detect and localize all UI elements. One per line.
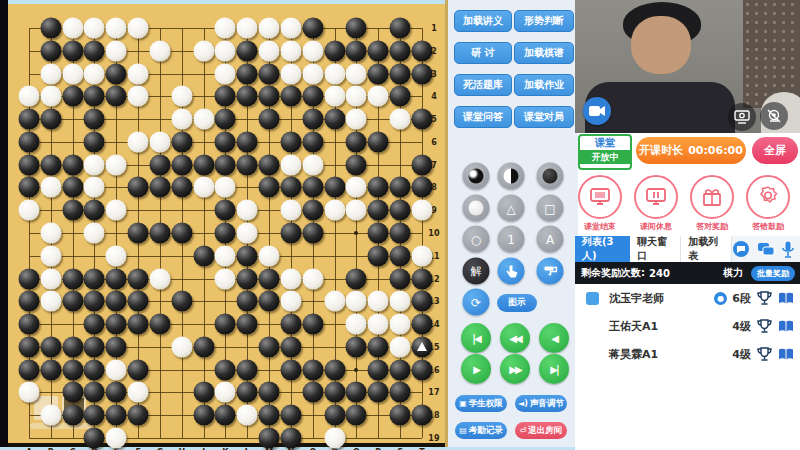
pointer-tool[interactable]	[498, 258, 525, 285]
black-stone-B15	[40, 336, 61, 357]
letter-mark-tool[interactable]: A	[537, 226, 564, 253]
attendance-record-label: 考勤记录	[469, 425, 503, 437]
trophy-icon[interactable]	[757, 319, 772, 334]
white-stone-O7	[302, 154, 323, 175]
white-stone-G6	[149, 131, 170, 152]
white-stone-G2	[149, 40, 170, 61]
class-game-button[interactable]: 课堂对局	[514, 106, 574, 128]
black-stone-R16	[368, 359, 389, 380]
black-stone-F10	[128, 223, 149, 244]
white-stone-Q8	[346, 177, 367, 198]
white-stone-B10	[40, 223, 61, 244]
black-stone-T14	[411, 314, 432, 335]
black-stone-E18	[106, 405, 127, 426]
black-stone-M15	[259, 336, 280, 357]
black-stone-L6	[237, 131, 258, 152]
black-stone-G7	[149, 154, 170, 175]
nav-back-button[interactable]: ◀	[539, 323, 569, 353]
black-stone-M18	[259, 405, 280, 426]
white-stone-B13	[40, 291, 61, 312]
white-stone-E1	[106, 18, 127, 39]
black-stone-Q1	[346, 18, 367, 39]
white-stone-N1	[280, 18, 301, 39]
class-end-button[interactable]: 课堂结束	[574, 175, 626, 232]
black-stone-E17	[106, 382, 127, 403]
black-stone-H6	[171, 131, 192, 152]
white-stone-E11	[106, 245, 127, 266]
white-stone-B8	[40, 177, 61, 198]
black-stone-tool[interactable]	[463, 163, 490, 190]
black-stone-J7	[193, 154, 214, 175]
white-stone-H15	[171, 336, 192, 357]
black-stone-small-tool[interactable]	[537, 163, 564, 190]
life-death-library-button[interactable]: 死活题库	[454, 74, 512, 96]
black-stone-F13	[128, 291, 149, 312]
black-stone-L13	[237, 291, 258, 312]
black-stone-S8	[390, 177, 411, 198]
black-stone-O10	[302, 223, 323, 244]
black-stone-S12	[390, 268, 411, 289]
student-name: 沈玉宇老师	[609, 291, 664, 306]
webcam-off-button[interactable]	[760, 102, 788, 130]
white-stone-N3	[280, 63, 301, 84]
trophy-icon[interactable]	[757, 347, 772, 362]
black-stone-G14	[149, 314, 170, 335]
black-stone-F16	[128, 359, 149, 380]
black-stone-R8	[368, 177, 389, 198]
row-label: 1	[431, 24, 437, 33]
trophy-icon[interactable]	[757, 291, 772, 306]
book-icon[interactable]	[778, 320, 794, 333]
webcam-off-icon	[766, 108, 782, 124]
white-stone-S14	[390, 314, 411, 335]
nav-first-button[interactable]: |◀	[461, 323, 491, 353]
black-stone-T8	[411, 177, 432, 198]
student-row[interactable]: 沈玉宇老师 ● 6段	[575, 284, 800, 313]
white-stone-Q13	[346, 291, 367, 312]
black-stone-F8	[128, 177, 149, 198]
black-stone-S2	[390, 40, 411, 61]
black-stone-D18	[84, 405, 105, 426]
square-icon: □	[544, 202, 555, 214]
student-list: 沈玉宇老师 ● 6段 王佑天A1 4级 蒋昊霖A1 4级	[575, 284, 800, 450]
black-stone-A15	[19, 336, 40, 357]
correct-reward-button[interactable]: 答对奖励	[686, 175, 738, 232]
black-stone-Q18	[346, 405, 367, 426]
black-stone-N16	[280, 359, 301, 380]
student-permission-button[interactable]: ▣学生权限	[455, 395, 507, 412]
load-lecture-button[interactable]: 加载讲义	[454, 10, 512, 32]
black-stone-T5	[411, 109, 432, 130]
class-status-badge: 课堂 开放中	[578, 134, 632, 170]
batch-reward-button[interactable]: 批量奖励	[751, 266, 795, 281]
black-stone-C9	[62, 200, 83, 221]
black-stone-M8	[259, 177, 280, 198]
white-stone-C1	[62, 18, 83, 39]
nav-fast-forward-button[interactable]: ▶▶	[500, 354, 530, 384]
black-stone-K4	[215, 86, 236, 107]
last-move-marker	[417, 342, 427, 351]
hand-pointer-icon	[504, 264, 518, 278]
alternate-stone-tool[interactable]	[498, 163, 525, 190]
white-stone-F4	[128, 86, 149, 107]
white-stone-T9	[411, 200, 432, 221]
black-stone-T16	[411, 359, 432, 380]
student-row[interactable]: 王佑天A1 4级	[575, 312, 800, 341]
white-stone-E19	[106, 428, 127, 449]
diagram-show-button[interactable]: 图示	[497, 294, 537, 312]
black-stone-R2	[368, 40, 389, 61]
white-stone-icon	[469, 201, 484, 216]
black-stone-S18	[390, 405, 411, 426]
black-stone-S9	[390, 200, 411, 221]
person-face	[631, 16, 691, 74]
white-stone-B18	[40, 405, 61, 426]
exit-icon: ⏎	[520, 426, 527, 435]
black-stone-N19	[280, 428, 301, 449]
black-stone-F14	[128, 314, 149, 335]
white-stone-Q4	[346, 86, 367, 107]
black-stone-Q7	[346, 154, 367, 175]
black-stone-P5	[324, 109, 345, 130]
black-stone-L7	[237, 154, 258, 175]
tab-member-list[interactable]: 列表(3人)	[575, 236, 630, 262]
white-stone-N12	[280, 268, 301, 289]
black-stone-B16	[40, 359, 61, 380]
black-stone-Q15	[346, 336, 367, 357]
letter-icon: A	[546, 233, 554, 245]
black-stone-H8	[171, 177, 192, 198]
black-stone-B5	[40, 109, 61, 130]
white-stone-tool[interactable]	[463, 195, 490, 222]
black-stone-D19	[84, 428, 105, 449]
white-stone-E2	[106, 40, 127, 61]
black-stone-C13	[62, 291, 83, 312]
black-stone-K5	[215, 109, 236, 130]
empty-row	[575, 396, 800, 425]
discuss-button[interactable]: 研 讨	[454, 42, 512, 64]
white-stone-E16	[106, 359, 127, 380]
black-stone-K9	[215, 200, 236, 221]
black-stone-S3	[390, 63, 411, 84]
black-stone-T3	[411, 63, 432, 84]
black-stone-A5	[19, 109, 40, 130]
exit-room-label: 退出房间	[528, 425, 562, 437]
black-stone-F18	[128, 405, 149, 426]
row-label: 19	[428, 434, 439, 443]
black-stone-R3	[368, 63, 389, 84]
white-stone-Q9	[346, 200, 367, 221]
exit-room-button[interactable]: ⏎退出房间	[515, 422, 567, 439]
white-stone-R13	[368, 291, 389, 312]
timer-label: 开课时长	[639, 143, 683, 158]
black-stone-L2	[237, 40, 258, 61]
black-stone-M3	[259, 63, 280, 84]
student-row[interactable]: 蒋昊霖A1 4级	[575, 340, 800, 369]
row-label: 17	[428, 388, 439, 397]
white-stone-O3	[302, 63, 323, 84]
black-stone-T7	[411, 154, 432, 175]
class-break-button[interactable]: 课间休息	[630, 175, 682, 232]
white-stone-F17	[128, 382, 149, 403]
book-icon[interactable]	[778, 292, 794, 305]
black-stone-S4	[390, 86, 411, 107]
black-stone-C8	[62, 177, 83, 198]
teacher-badge-icon: ●	[714, 292, 727, 305]
white-stone-J5	[193, 109, 214, 130]
black-stone-D12	[84, 268, 105, 289]
black-stone-N6	[280, 131, 301, 152]
white-stone-L10	[237, 223, 258, 244]
volume-adjust-button[interactable]: ◄)声音调节	[515, 395, 567, 412]
calendar-icon: ▤	[459, 426, 467, 435]
reward-count-label: 剩余奖励次数:	[581, 266, 645, 280]
white-stone-L9	[237, 200, 258, 221]
white-stone-Q14	[346, 314, 367, 335]
black-stone-T13	[411, 291, 432, 312]
messages-icon[interactable]	[757, 242, 775, 257]
circle-mark-tool[interactable]: ○	[463, 226, 490, 253]
black-stone-S1	[390, 18, 411, 39]
correct-reward-label: 答对奖励	[686, 221, 738, 232]
student-name: 蒋昊霖A1	[609, 347, 658, 362]
circle-icon: ○	[471, 233, 481, 245]
paint-roller-icon	[543, 264, 557, 278]
white-stone-J8	[193, 177, 214, 198]
monitor-icon	[589, 187, 611, 207]
black-stone-K10	[215, 223, 236, 244]
black-stone-P8	[324, 177, 345, 198]
white-stone-H5	[171, 109, 192, 130]
white-stone-K17	[215, 382, 236, 403]
gift-icon	[701, 187, 723, 207]
black-stone-M5	[259, 109, 280, 130]
black-stone-O14	[302, 314, 323, 335]
black-stone-B7	[40, 154, 61, 175]
black-stone-O5	[302, 109, 323, 130]
black-stone-D6	[84, 131, 105, 152]
black-stone-E12	[106, 268, 127, 289]
white-stone-J2	[193, 40, 214, 61]
black-stone-S11	[390, 245, 411, 266]
black-stone-L17	[237, 382, 258, 403]
camera-toggle-button[interactable]	[583, 97, 611, 125]
white-stone-O2	[302, 40, 323, 61]
black-stone-R15	[368, 336, 389, 357]
black-stone-E3	[106, 63, 127, 84]
row-label: 6	[431, 137, 437, 146]
black-stone-L16	[237, 359, 258, 380]
screen-share-button[interactable]	[728, 103, 756, 131]
reward-count-value: 240	[649, 268, 670, 279]
nav-forward-button[interactable]: ▶	[461, 354, 491, 384]
black-stone-B2	[40, 40, 61, 61]
tab-chat-window[interactable]: 聊天窗口	[630, 236, 681, 262]
black-stone-N4	[280, 86, 301, 107]
app-window: ABCDEFGHJKLMNOPQRST123456789101112131415…	[0, 0, 800, 450]
white-stone-N13	[280, 291, 301, 312]
nav-fast-back-button[interactable]: ◀◀	[500, 323, 530, 353]
half-stone-icon	[504, 169, 519, 184]
black-stone-N18	[280, 405, 301, 426]
class-end-label: 课堂结束	[574, 221, 626, 232]
black-stone-P16	[324, 359, 345, 380]
load-kifu-button[interactable]: 加载棋谱	[514, 42, 574, 64]
position-judge-button[interactable]: 形势判断	[514, 10, 574, 32]
white-stone-F3	[128, 63, 149, 84]
black-stone-J18	[193, 405, 214, 426]
book-icon[interactable]	[778, 348, 794, 361]
black-stone-H10	[171, 223, 192, 244]
white-stone-L18	[237, 405, 258, 426]
black-stone-A12	[19, 268, 40, 289]
white-stone-S13	[390, 291, 411, 312]
black-stone-L4	[237, 86, 258, 107]
monitor-pause-icon	[645, 187, 667, 207]
white-stone-Q3	[346, 63, 367, 84]
fullscreen-button[interactable]: 全屏	[752, 137, 798, 164]
class-break-label: 课间休息	[630, 221, 682, 232]
black-stone-K6	[215, 131, 236, 152]
black-stone-C7	[62, 154, 83, 175]
black-stone-O1	[302, 18, 323, 39]
black-stone-O4	[302, 86, 323, 107]
go-board[interactable]: ABCDEFGHJKLMNOPQRST123456789101112131415…	[8, 4, 445, 443]
black-stone-L11	[237, 245, 258, 266]
class-qa-button[interactable]: 课堂问答	[454, 106, 512, 128]
black-stone-T18	[411, 405, 432, 426]
white-stone-R4	[368, 86, 389, 107]
black-stone-R10	[368, 223, 389, 244]
black-stone-G10	[149, 223, 170, 244]
white-stone-A4	[19, 86, 40, 107]
black-stone-M7	[259, 154, 280, 175]
black-stone-E15	[106, 336, 127, 357]
black-stone-O6	[302, 131, 323, 152]
black-stone-F12	[128, 268, 149, 289]
black-stone-N8	[280, 177, 301, 198]
black-stone-C18	[62, 405, 83, 426]
paint-tool[interactable]	[537, 258, 564, 285]
white-stone-M2	[259, 40, 280, 61]
left-frame-strip	[0, 0, 8, 450]
black-stone-P18	[324, 405, 345, 426]
black-stone-L12	[237, 268, 258, 289]
empty-row	[575, 424, 800, 450]
white-stone-P9	[324, 200, 345, 221]
white-stone-P3	[324, 63, 345, 84]
black-stone-C16	[62, 359, 83, 380]
wrong-encourage-button[interactable]: 答错鼓励	[742, 175, 794, 232]
student-rank: 4级	[732, 319, 751, 334]
white-stone-D1	[84, 18, 105, 39]
row-label: 4	[431, 92, 437, 101]
attendance-record-button[interactable]: ▤考勤记录	[455, 422, 507, 439]
class-open-status: 开放中	[580, 150, 630, 164]
white-stone-H4	[171, 86, 192, 107]
white-stone-Q5	[346, 109, 367, 130]
white-stone-B4	[40, 86, 61, 107]
black-stone-S10	[390, 223, 411, 244]
lock-icon: ▣	[459, 399, 467, 408]
white-stone-G12	[149, 268, 170, 289]
wrong-encourage-label: 答错鼓励	[742, 221, 794, 232]
white-stone-B3	[40, 63, 61, 84]
white-stone-A17	[19, 382, 40, 403]
black-stone-K18	[215, 405, 236, 426]
tab-load-list[interactable]: 加载列表	[681, 236, 732, 262]
black-stone-C4	[62, 86, 83, 107]
white-stone-D7	[84, 154, 105, 175]
black-stone-M19	[259, 428, 280, 449]
answer-tool[interactable]: 解	[463, 258, 490, 285]
screen-camera-icon	[734, 110, 750, 124]
black-stone-D2	[84, 40, 105, 61]
black-stone-L14	[237, 314, 258, 335]
sync-tool[interactable]: ⟳	[463, 289, 490, 316]
white-stone-B11	[40, 245, 61, 266]
load-homework-button[interactable]: 加载作业	[514, 74, 574, 96]
triangle-icon: △	[506, 202, 515, 214]
reward-count-bar: 剩余奖励次数: 240 棋力 批量奖励	[575, 262, 800, 284]
black-stone-O9	[302, 200, 323, 221]
black-stone-R17	[368, 382, 389, 403]
white-stone-K12	[215, 268, 236, 289]
nav-last-button[interactable]: ▶|	[539, 354, 569, 384]
black-stone-H7	[171, 154, 192, 175]
black-stone-O17	[302, 382, 323, 403]
control-panel: 加载讲义 形势判断 研 讨 加载棋谱 死活题库 加载作业 课堂问答 课堂对局 △…	[445, 0, 578, 447]
chat-bubble-icon[interactable]	[732, 240, 750, 258]
black-stone-K14	[215, 314, 236, 335]
black-stone-A13	[19, 291, 40, 312]
white-stone-P4	[324, 86, 345, 107]
number-mark-tool[interactable]: 1	[498, 226, 525, 253]
sofa-pattern	[743, 0, 800, 108]
class-timer: 开课时长 00:06:00	[636, 137, 746, 164]
white-stone-K11	[215, 245, 236, 266]
white-stone-F1	[128, 18, 149, 39]
star-point	[354, 368, 358, 372]
black-stone-Q2	[346, 40, 367, 61]
square-mark-tool[interactable]: □	[537, 195, 564, 222]
black-stone-K7	[215, 154, 236, 175]
white-stone-D3	[84, 63, 105, 84]
white-stone-F6	[128, 131, 149, 152]
black-stone-D15	[84, 336, 105, 357]
microphone-icon[interactable]	[782, 241, 794, 258]
white-stone-K2	[215, 40, 236, 61]
white-stone-B12	[40, 268, 61, 289]
white-stone-C3	[62, 63, 83, 84]
white-stone-E9	[106, 200, 127, 221]
avatar	[586, 292, 599, 305]
black-stone-E14	[106, 314, 127, 335]
empty-row	[575, 368, 800, 397]
triangle-mark-tool[interactable]: △	[498, 195, 525, 222]
black-stone-N14	[280, 314, 301, 335]
number-icon: 1	[507, 233, 515, 245]
jie-char-icon: 解	[471, 266, 482, 277]
black-stone-icon	[469, 169, 484, 184]
black-stone-D13	[84, 291, 105, 312]
diagram-show-label: 图示	[509, 297, 526, 309]
black-stone-D4	[84, 86, 105, 107]
black-dot-icon	[543, 169, 558, 184]
black-stone-T12	[411, 268, 432, 289]
black-stone-D16	[84, 359, 105, 380]
white-stone-E7	[106, 154, 127, 175]
